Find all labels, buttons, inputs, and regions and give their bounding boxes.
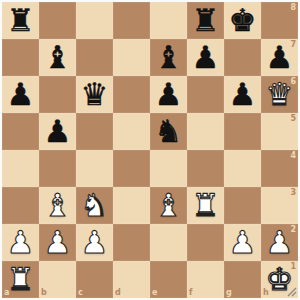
black-pawn[interactable]: ♟	[39, 113, 76, 150]
black-rook[interactable]: ♜	[2, 2, 39, 39]
square-e3[interactable]: ♝	[150, 187, 187, 224]
rank-label-4: 4	[290, 151, 296, 160]
square-e8[interactable]	[150, 2, 187, 39]
chess-board: ♜♜♚8♝♝♟♟7♟♛♟♟♛6♟♞54♝♞♝♜3♟♟♟♟♟2♜abcdefg♚1…	[2, 2, 298, 298]
square-g6[interactable]: ♟	[224, 76, 261, 113]
square-g7[interactable]	[224, 39, 261, 76]
square-f7[interactable]: ♟	[187, 39, 224, 76]
white-pawn[interactable]: ♟	[39, 224, 76, 261]
black-rook[interactable]: ♜	[187, 2, 224, 39]
file-label-f: f	[189, 288, 192, 297]
square-d4[interactable]	[113, 150, 150, 187]
white-pawn[interactable]: ♟	[76, 224, 113, 261]
white-queen[interactable]: ♛	[261, 76, 298, 113]
square-c3[interactable]: ♞	[76, 187, 113, 224]
square-g4[interactable]	[224, 150, 261, 187]
file-label-c: c	[78, 288, 83, 297]
square-f3[interactable]: ♜	[187, 187, 224, 224]
square-c4[interactable]	[76, 150, 113, 187]
square-a3[interactable]	[2, 187, 39, 224]
board-frame: ♜♜♚8♝♝♟♟7♟♛♟♟♛6♟♞54♝♞♝♜3♟♟♟♟♟2♜abcdefg♚1…	[0, 0, 300, 300]
square-h3[interactable]: 3	[261, 187, 298, 224]
square-h6[interactable]: ♛6	[261, 76, 298, 113]
black-queen[interactable]: ♛	[76, 76, 113, 113]
square-a8[interactable]: ♜	[2, 2, 39, 39]
square-f8[interactable]: ♜	[187, 2, 224, 39]
square-a6[interactable]: ♟	[2, 76, 39, 113]
square-g2[interactable]: ♟	[224, 224, 261, 261]
square-a1[interactable]: ♜a	[2, 261, 39, 298]
square-h7[interactable]: ♟7	[261, 39, 298, 76]
square-c2[interactable]: ♟	[76, 224, 113, 261]
white-bishop[interactable]: ♝	[150, 187, 187, 224]
square-b8[interactable]	[39, 2, 76, 39]
rank-label-3: 3	[290, 188, 296, 197]
square-c7[interactable]	[76, 39, 113, 76]
square-e4[interactable]	[150, 150, 187, 187]
white-pawn[interactable]: ♟	[224, 224, 261, 261]
square-c6[interactable]: ♛	[76, 76, 113, 113]
black-knight[interactable]: ♞	[150, 113, 187, 150]
square-f4[interactable]	[187, 150, 224, 187]
square-f6[interactable]	[187, 76, 224, 113]
square-h8[interactable]: 8	[261, 2, 298, 39]
white-rook[interactable]: ♜	[187, 187, 224, 224]
rank-label-5: 5	[290, 114, 296, 123]
square-c8[interactable]	[76, 2, 113, 39]
square-c5[interactable]	[76, 113, 113, 150]
black-bishop[interactable]: ♝	[150, 39, 187, 76]
square-h2[interactable]: ♟2	[261, 224, 298, 261]
square-a2[interactable]: ♟	[2, 224, 39, 261]
white-rook[interactable]: ♜	[2, 261, 39, 298]
square-f2[interactable]	[187, 224, 224, 261]
square-d1[interactable]: d	[113, 261, 150, 298]
white-pawn[interactable]: ♟	[261, 224, 298, 261]
square-c1[interactable]: c	[76, 261, 113, 298]
square-b4[interactable]	[39, 150, 76, 187]
square-e2[interactable]	[150, 224, 187, 261]
white-knight[interactable]: ♞	[76, 187, 113, 224]
square-f5[interactable]	[187, 113, 224, 150]
square-d7[interactable]	[113, 39, 150, 76]
rank-label-8: 8	[290, 3, 296, 12]
square-h4[interactable]: 4	[261, 150, 298, 187]
square-f1[interactable]: f	[187, 261, 224, 298]
square-e6[interactable]: ♟	[150, 76, 187, 113]
square-b1[interactable]: b	[39, 261, 76, 298]
black-bishop[interactable]: ♝	[39, 39, 76, 76]
square-b3[interactable]: ♝	[39, 187, 76, 224]
square-d5[interactable]	[113, 113, 150, 150]
black-pawn[interactable]: ♟	[2, 76, 39, 113]
square-b6[interactable]	[39, 76, 76, 113]
file-label-d: d	[115, 288, 121, 297]
square-g5[interactable]	[224, 113, 261, 150]
square-a7[interactable]	[2, 39, 39, 76]
black-pawn[interactable]: ♟	[187, 39, 224, 76]
square-d6[interactable]	[113, 76, 150, 113]
square-e1[interactable]: e	[150, 261, 187, 298]
square-b7[interactable]: ♝	[39, 39, 76, 76]
file-label-e: e	[152, 288, 157, 297]
square-e7[interactable]: ♝	[150, 39, 187, 76]
black-pawn[interactable]: ♟	[224, 76, 261, 113]
square-h5[interactable]: 5	[261, 113, 298, 150]
square-d8[interactable]	[113, 2, 150, 39]
square-g8[interactable]: ♚	[224, 2, 261, 39]
board-resize-handle[interactable]	[287, 287, 297, 297]
square-b2[interactable]: ♟	[39, 224, 76, 261]
square-g1[interactable]: g	[224, 261, 261, 298]
square-a5[interactable]	[2, 113, 39, 150]
square-b5[interactable]: ♟	[39, 113, 76, 150]
black-pawn[interactable]: ♟	[261, 39, 298, 76]
white-bishop[interactable]: ♝	[39, 187, 76, 224]
file-label-g: g	[226, 288, 232, 297]
square-e5[interactable]: ♞	[150, 113, 187, 150]
square-d3[interactable]	[113, 187, 150, 224]
white-pawn[interactable]: ♟	[2, 224, 39, 261]
square-d2[interactable]	[113, 224, 150, 261]
square-a4[interactable]	[2, 150, 39, 187]
square-g3[interactable]	[224, 187, 261, 224]
black-king[interactable]: ♚	[224, 2, 261, 39]
black-pawn[interactable]: ♟	[150, 76, 187, 113]
file-label-b: b	[41, 288, 47, 297]
